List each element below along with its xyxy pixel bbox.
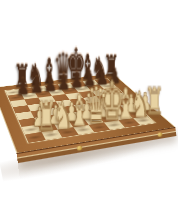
board-scene: ♜♞♝♛♚♝♞♜♟♟♟♟♟♟♟♟♟♟♟♟♟♟♟♟♜♞♝♛♚♝♞♜ <box>2 33 146 177</box>
brass-clasp-icon <box>76 145 82 150</box>
square-a1[interactable]: ♜ <box>25 132 46 143</box>
board-squares: ♜♞♝♛♚♝♞♜♟♟♟♟♟♟♟♟♟♟♟♟♟♟♟♟♜♞♝♛♚♝♞♜ <box>5 78 154 142</box>
brass-clasp-icon <box>156 131 161 136</box>
chess-set-photo: ♜♞♝♛♚♝♞♜♟♟♟♟♟♟♟♟♟♟♟♟♟♟♟♟♜♞♝♛♚♝♞♜ <box>0 0 178 222</box>
board-perspective: ♜♞♝♛♚♝♞♜♟♟♟♟♟♟♟♟♟♟♟♟♟♟♟♟♜♞♝♛♚♝♞♜ <box>2 33 146 177</box>
square-a7[interactable]: ♟ <box>7 94 24 101</box>
